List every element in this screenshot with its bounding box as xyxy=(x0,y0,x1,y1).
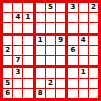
cell-r3c1[interactable] xyxy=(3,23,12,32)
cell-r5c3[interactable] xyxy=(23,46,32,55)
cell-r4c5[interactable] xyxy=(46,36,55,45)
cell-r1c4[interactable] xyxy=(36,3,45,12)
cell-r2c9[interactable] xyxy=(89,13,98,22)
cell-r1c6[interactable] xyxy=(56,3,65,12)
cell-r8c8[interactable] xyxy=(79,79,88,88)
cell-r5c8[interactable] xyxy=(79,46,88,55)
cell-r4c6[interactable]: 9 xyxy=(56,36,65,45)
cell-r5c7[interactable]: 6 xyxy=(68,46,77,55)
cell-r3c9[interactable] xyxy=(89,23,98,32)
cell-r9c3[interactable] xyxy=(23,89,32,98)
cell-r1c3[interactable] xyxy=(23,3,32,12)
box-r2c3: 46 xyxy=(68,36,98,66)
cell-r7c8[interactable]: 1 xyxy=(79,68,88,77)
cell-r7c4[interactable] xyxy=(36,68,45,77)
cell-r9c4[interactable]: 8 xyxy=(36,89,45,98)
cell-r4c1[interactable] xyxy=(3,36,12,45)
cell-r8c2[interactable] xyxy=(13,79,22,88)
cell-r1c2[interactable] xyxy=(13,3,22,12)
cell-r7c5[interactable] xyxy=(46,68,55,77)
cell-r3c6[interactable] xyxy=(56,23,65,32)
cell-r2c4[interactable] xyxy=(36,13,45,22)
cell-r9c1[interactable]: 6 xyxy=(3,89,12,98)
cell-r8c5[interactable]: 2 xyxy=(46,79,55,88)
cell-r5c4[interactable] xyxy=(36,46,45,55)
cell-r8c4[interactable] xyxy=(36,79,45,88)
box-r3c2: 28 xyxy=(36,68,66,98)
cell-r4c4[interactable]: 1 xyxy=(36,36,45,45)
cell-r8c6[interactable] xyxy=(56,79,65,88)
cell-r4c3[interactable] xyxy=(23,36,32,45)
cell-r8c3[interactable] xyxy=(23,79,32,88)
cell-r3c3[interactable] xyxy=(23,23,32,32)
cell-r1c9[interactable]: 2 xyxy=(89,3,98,12)
cell-r4c2[interactable] xyxy=(13,36,22,45)
cell-r6c7[interactable] xyxy=(68,56,77,65)
cell-r4c9[interactable] xyxy=(89,36,98,45)
cell-r8c9[interactable] xyxy=(89,79,98,88)
cell-r5c5[interactable] xyxy=(46,46,55,55)
box-r1c2: 5 xyxy=(36,3,66,33)
cell-r5c9[interactable] xyxy=(89,46,98,55)
cell-r9c6[interactable] xyxy=(56,89,65,98)
sudoku-board: 41532271946356281 xyxy=(0,0,101,101)
cell-r6c1[interactable] xyxy=(3,56,12,65)
cell-r7c3[interactable] xyxy=(23,68,32,77)
box-r1c1: 41 xyxy=(3,3,33,33)
cell-r9c7[interactable] xyxy=(68,89,77,98)
cell-r9c8[interactable] xyxy=(79,89,88,98)
cell-r6c6[interactable] xyxy=(56,56,65,65)
box-r3c3: 1 xyxy=(68,68,98,98)
cell-r2c5[interactable] xyxy=(46,13,55,22)
cell-r8c7[interactable] xyxy=(68,79,77,88)
cell-r9c9[interactable] xyxy=(89,89,98,98)
cell-r2c1[interactable] xyxy=(3,13,12,22)
cell-r2c3[interactable]: 1 xyxy=(23,13,32,22)
cell-r5c2[interactable] xyxy=(13,46,22,55)
box-r1c3: 32 xyxy=(68,3,98,33)
cell-r2c8[interactable] xyxy=(79,13,88,22)
cell-r7c9[interactable] xyxy=(89,68,98,77)
cell-r4c7[interactable] xyxy=(68,36,77,45)
cell-r5c1[interactable]: 2 xyxy=(3,46,12,55)
cell-r7c6[interactable] xyxy=(56,68,65,77)
cell-r3c2[interactable] xyxy=(13,23,22,32)
cell-r3c5[interactable] xyxy=(46,23,55,32)
cell-r1c1[interactable] xyxy=(3,3,12,12)
cell-r6c3[interactable] xyxy=(23,56,32,65)
cell-r1c7[interactable]: 3 xyxy=(68,3,77,12)
cell-r2c7[interactable] xyxy=(68,13,77,22)
cell-r6c4[interactable] xyxy=(36,56,45,65)
cell-r3c7[interactable] xyxy=(68,23,77,32)
cell-r2c6[interactable] xyxy=(56,13,65,22)
cell-r3c4[interactable] xyxy=(36,23,45,32)
cell-r4c8[interactable]: 4 xyxy=(79,36,88,45)
cell-r6c2[interactable]: 7 xyxy=(13,56,22,65)
cell-r6c5[interactable] xyxy=(46,56,55,65)
box-r3c1: 356 xyxy=(3,68,33,98)
cell-r1c8[interactable] xyxy=(79,3,88,12)
cell-r7c2[interactable]: 3 xyxy=(13,68,22,77)
cell-r9c5[interactable] xyxy=(46,89,55,98)
cell-r7c7[interactable] xyxy=(68,68,77,77)
cell-r9c2[interactable] xyxy=(13,89,22,98)
cell-r6c8[interactable] xyxy=(79,56,88,65)
cell-r3c8[interactable] xyxy=(79,23,88,32)
box-r2c2: 19 xyxy=(36,36,66,66)
cell-r7c1[interactable] xyxy=(3,68,12,77)
cell-r5c6[interactable] xyxy=(56,46,65,55)
cell-r6c9[interactable] xyxy=(89,56,98,65)
cell-r2c2[interactable]: 4 xyxy=(13,13,22,22)
cell-r8c1[interactable]: 5 xyxy=(3,79,12,88)
cell-r1c5[interactable]: 5 xyxy=(46,3,55,12)
box-r2c1: 27 xyxy=(3,36,33,66)
